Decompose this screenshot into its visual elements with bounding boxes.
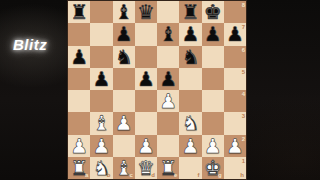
white-pawn: ♟	[92, 135, 110, 157]
rank-label-2: 2	[242, 136, 245, 142]
square-f3[interactable]: ♞	[179, 112, 201, 134]
square-e5[interactable]: ♟	[157, 68, 179, 90]
file-label-f: f	[198, 172, 200, 178]
square-h5[interactable]: 5	[224, 68, 246, 90]
square-a7[interactable]	[68, 23, 90, 45]
file-label-c: c	[129, 172, 132, 178]
rank-label-5: 5	[242, 69, 245, 75]
square-g7[interactable]: ♟	[202, 23, 224, 45]
black-rook: ♜	[70, 1, 88, 23]
square-g2[interactable]: ♟	[202, 135, 224, 157]
square-d6[interactable]	[135, 46, 157, 68]
rank-label-1: 1	[242, 158, 245, 164]
square-a3[interactable]	[68, 112, 90, 134]
square-c3[interactable]: ♟	[113, 112, 135, 134]
file-label-a: a	[85, 172, 88, 178]
black-pawn: ♟	[115, 23, 133, 45]
black-bishop: ♝	[159, 23, 177, 45]
square-e2[interactable]	[157, 135, 179, 157]
square-e8[interactable]	[157, 1, 179, 23]
black-pawn: ♟	[181, 23, 199, 45]
white-pawn: ♟	[70, 135, 88, 157]
square-c6[interactable]: ♞	[113, 46, 135, 68]
file-label-h: h	[240, 172, 244, 178]
square-a8[interactable]: ♜	[68, 1, 90, 23]
black-king: ♚	[204, 1, 222, 23]
square-b6[interactable]	[90, 46, 112, 68]
square-a1[interactable]: ♜a	[68, 157, 90, 179]
square-d8[interactable]: ♛	[135, 1, 157, 23]
file-label-b: b	[107, 172, 111, 178]
rank-label-3: 3	[242, 113, 245, 119]
square-b4[interactable]	[90, 90, 112, 112]
square-d1[interactable]: ♛d	[135, 157, 157, 179]
square-d2[interactable]: ♟	[135, 135, 157, 157]
white-knight: ♞	[181, 112, 199, 134]
square-b5[interactable]: ♟	[90, 68, 112, 90]
square-f6[interactable]: ♞	[179, 46, 201, 68]
square-h2[interactable]: ♟2	[224, 135, 246, 157]
white-bishop: ♝	[92, 112, 110, 134]
black-knight: ♞	[115, 46, 133, 68]
square-e3[interactable]	[157, 112, 179, 134]
square-a2[interactable]: ♟	[68, 135, 90, 157]
square-f5[interactable]	[179, 68, 201, 90]
rank-label-4: 4	[242, 91, 245, 97]
square-d4[interactable]	[135, 90, 157, 112]
square-c4[interactable]	[113, 90, 135, 112]
square-h3[interactable]: 3	[224, 112, 246, 134]
square-g4[interactable]	[202, 90, 224, 112]
square-a5[interactable]	[68, 68, 90, 90]
square-g6[interactable]	[202, 46, 224, 68]
chess-board: ♜♝♛♜♚8♟♝♟♟♟7♟♞♞6♟♟♟5♟4♝♟♞3♟♟♟♟♟♟2♜a♞b♝c♛…	[67, 0, 247, 180]
white-knight: ♞	[92, 157, 110, 179]
square-e4[interactable]: ♟	[157, 90, 179, 112]
white-pawn: ♟	[159, 90, 177, 112]
square-b7[interactable]	[90, 23, 112, 45]
square-f2[interactable]: ♟	[179, 135, 201, 157]
file-label-e: e	[174, 172, 177, 178]
white-pawn: ♟	[115, 112, 133, 134]
square-c5[interactable]	[113, 68, 135, 90]
white-king: ♚	[204, 157, 222, 179]
file-label-g: g	[218, 172, 222, 178]
square-f8[interactable]: ♜	[179, 1, 201, 23]
white-pawn: ♟	[226, 135, 244, 157]
square-c8[interactable]: ♝	[113, 1, 135, 23]
rank-label-6: 6	[242, 47, 245, 53]
square-e7[interactable]: ♝	[157, 23, 179, 45]
square-h1[interactable]: 1h	[224, 157, 246, 179]
mode-label: Blitz	[13, 36, 61, 53]
square-e6[interactable]	[157, 46, 179, 68]
white-pawn: ♟	[204, 135, 222, 157]
white-rook: ♜	[159, 157, 177, 179]
white-rook: ♜	[70, 157, 88, 179]
black-pawn: ♟	[70, 46, 88, 68]
square-c7[interactable]: ♟	[113, 23, 135, 45]
square-e1[interactable]: ♜e	[157, 157, 179, 179]
square-b2[interactable]: ♟	[90, 135, 112, 157]
rank-label-8: 8	[242, 2, 245, 8]
square-h7[interactable]: ♟7	[224, 23, 246, 45]
square-f1[interactable]: f	[179, 157, 201, 179]
square-g3[interactable]	[202, 112, 224, 134]
square-c2[interactable]	[113, 135, 135, 157]
square-b8[interactable]	[90, 1, 112, 23]
black-knight: ♞	[181, 46, 199, 68]
square-d3[interactable]	[135, 112, 157, 134]
square-f4[interactable]	[179, 90, 201, 112]
square-c1[interactable]: ♝c	[113, 157, 135, 179]
square-f7[interactable]: ♟	[179, 23, 201, 45]
black-rook: ♜	[181, 1, 199, 23]
black-pawn: ♟	[92, 68, 110, 90]
square-d5[interactable]: ♟	[135, 68, 157, 90]
square-g5[interactable]	[202, 68, 224, 90]
white-pawn: ♟	[181, 135, 199, 157]
square-h4[interactable]: 4	[224, 90, 246, 112]
square-g1[interactable]: ♚g	[202, 157, 224, 179]
video-frame: Blitz ♜♝♛♜♚8♟♝♟♟♟7♟♞♞6♟♟♟5♟4♝♟♞3♟♟♟♟♟♟2♜…	[0, 0, 320, 180]
square-g8[interactable]: ♚	[202, 1, 224, 23]
black-bishop: ♝	[115, 1, 133, 23]
black-pawn: ♟	[226, 23, 244, 45]
black-pawn: ♟	[159, 68, 177, 90]
black-queen: ♛	[137, 1, 155, 23]
white-bishop: ♝	[115, 157, 133, 179]
rank-label-7: 7	[242, 24, 245, 30]
square-h8[interactable]: 8	[224, 1, 246, 23]
black-pawn: ♟	[137, 68, 155, 90]
square-a4[interactable]	[68, 90, 90, 112]
square-h6[interactable]: 6	[224, 46, 246, 68]
white-queen: ♛	[137, 157, 155, 179]
black-pawn: ♟	[204, 23, 222, 45]
white-pawn: ♟	[137, 135, 155, 157]
square-b1[interactable]: ♞b	[90, 157, 112, 179]
square-a6[interactable]: ♟	[68, 46, 90, 68]
square-d7[interactable]	[135, 23, 157, 45]
file-label-d: d	[151, 172, 155, 178]
square-b3[interactable]: ♝	[90, 112, 112, 134]
